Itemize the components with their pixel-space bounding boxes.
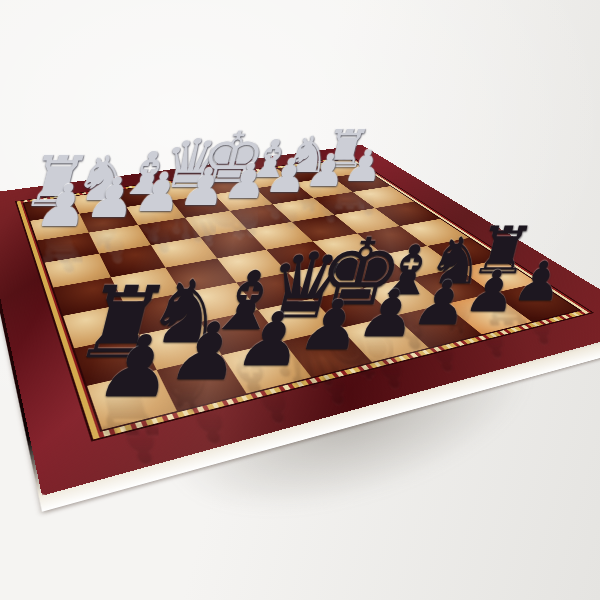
product-photo-scene: ♟♟♟♟♟♟♟♟♟♟♟♟♟♟♟♟♜♜♞♞♝♝♛♛♚♚♝♝♞♞♜♜♟♟♟♟♟♟♟♟… bbox=[0, 0, 600, 600]
